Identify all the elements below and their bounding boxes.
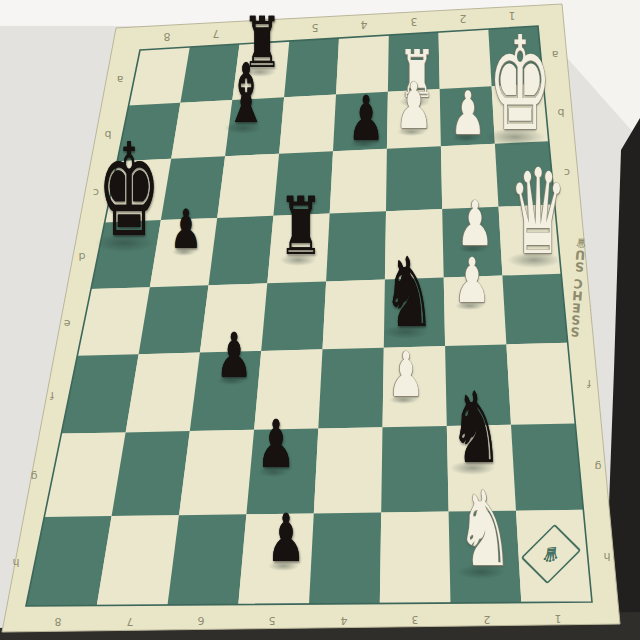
square-b1 <box>492 84 549 144</box>
square-d7 <box>150 218 217 287</box>
square-c6 <box>217 154 279 218</box>
square-a3 <box>388 32 440 92</box>
square-a5 <box>284 38 339 97</box>
square-h2 <box>449 511 522 603</box>
square-d5 <box>267 214 329 284</box>
square-g4 <box>314 427 383 513</box>
square-e2 <box>444 276 507 347</box>
square-b2 <box>440 86 495 146</box>
square-c3 <box>386 146 442 211</box>
square-f2 <box>445 344 511 426</box>
square-b4 <box>333 92 388 151</box>
square-e7 <box>139 285 209 354</box>
square-e5 <box>261 281 326 351</box>
square-d1 <box>499 205 562 276</box>
square-f4 <box>318 348 384 429</box>
square-f6 <box>190 351 261 431</box>
square-f5 <box>254 349 322 430</box>
square-c4 <box>330 149 387 214</box>
square-g3 <box>381 426 448 513</box>
square-c7 <box>161 156 225 220</box>
square-c1 <box>495 141 555 207</box>
square-b3 <box>387 89 441 149</box>
square-e6 <box>200 283 267 352</box>
square-a7 <box>180 44 239 103</box>
square-f1 <box>506 343 575 425</box>
square-g1 <box>511 423 583 510</box>
square-d6 <box>209 216 274 286</box>
square-e3 <box>384 278 445 348</box>
square-e1 <box>502 274 567 345</box>
square-h1 <box>516 510 592 603</box>
square-b6 <box>225 97 284 156</box>
square-g2 <box>447 425 516 512</box>
square-c5 <box>273 151 333 216</box>
square-a4 <box>336 35 389 95</box>
square-h6 <box>168 514 247 605</box>
square-c2 <box>441 144 499 209</box>
square-d2 <box>442 207 502 278</box>
chessboard-photo-scene: 8877665544332211aabbccdeffgghh ♚♜♝♜♞♞♟♟♟… <box>0 0 640 640</box>
vinyl-chessboard <box>0 0 640 640</box>
square-b5 <box>279 95 336 154</box>
square-a6 <box>232 41 289 100</box>
square-h3 <box>380 512 451 604</box>
square-d4 <box>326 211 386 281</box>
square-h4 <box>309 513 381 605</box>
square-e4 <box>323 280 385 350</box>
square-d3 <box>385 209 444 280</box>
square-a1 <box>488 26 543 86</box>
square-g5 <box>246 429 318 515</box>
square-b7 <box>171 100 232 159</box>
square-h5 <box>238 513 313 604</box>
square-g6 <box>179 430 254 515</box>
square-a2 <box>439 29 492 89</box>
square-f3 <box>383 346 447 427</box>
